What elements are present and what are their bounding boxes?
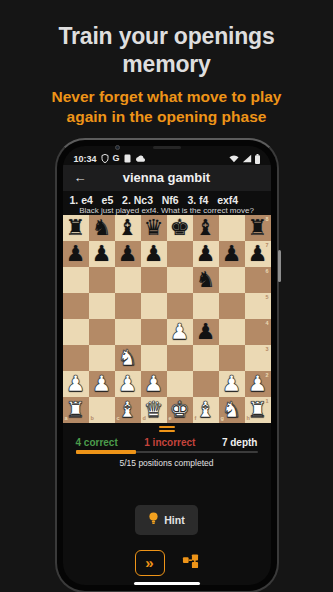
hint-button[interactable]: Hint (135, 505, 197, 535)
rank-label: 1 (265, 399, 268, 405)
clock: 10:34 (74, 154, 97, 164)
front-camera (115, 145, 120, 150)
battery-icon (255, 154, 260, 164)
square-e7[interactable] (167, 241, 193, 267)
hint-label: Hint (164, 514, 184, 526)
square-a8[interactable]: ♜ (63, 215, 89, 241)
square-e4[interactable]: ♟ (167, 319, 193, 345)
square-d8[interactable]: ♛ (141, 215, 167, 241)
chess-board[interactable]: ♜♞♝♛♚♝♜8♟♟♟♟♟♟♟7♞65♟♟4♞3♟♟♟♟♟♟2♜ab♝c♛d♚e… (63, 215, 271, 423)
moves-tree-button[interactable] (182, 553, 199, 574)
square-c2[interactable]: ♟ (115, 371, 141, 397)
earpiece-speaker (153, 146, 181, 149)
rank-label: 6 (265, 269, 268, 275)
square-h8[interactable]: ♜8 (245, 215, 271, 241)
file-label: a (65, 416, 68, 422)
square-a4[interactable] (63, 319, 89, 345)
page-subtitle-line2: again in the opening phase (0, 107, 333, 127)
square-d5[interactable] (141, 293, 167, 319)
white-bishop: ♝ (118, 397, 138, 423)
hero-header: Train your openings memory Never forget … (0, 0, 333, 127)
black-queen: ♛ (144, 215, 164, 241)
file-label: e (169, 416, 172, 422)
white-queen: ♛ (144, 397, 164, 423)
white-bishop: ♝ (196, 397, 216, 423)
white-rook: ♜ (66, 397, 86, 423)
file-label: c (117, 416, 120, 422)
square-d2[interactable]: ♟ (141, 371, 167, 397)
square-a6[interactable] (63, 267, 89, 293)
handle-bar (159, 430, 175, 432)
white-pawn: ♟ (144, 371, 164, 397)
white-pawn: ♟ (248, 371, 268, 397)
white-knight: ♞ (118, 345, 138, 371)
square-h4[interactable]: 4 (245, 319, 271, 345)
white-pawn: ♟ (222, 371, 242, 397)
black-bishop: ♝ (118, 215, 138, 241)
square-f6[interactable]: ♞ (193, 267, 219, 293)
square-h5[interactable]: 5 (245, 293, 271, 319)
square-h1[interactable]: ♜1h (245, 397, 271, 423)
square-g4[interactable] (219, 319, 245, 345)
square-f5[interactable] (193, 293, 219, 319)
square-b3[interactable] (89, 345, 115, 371)
white-pawn: ♟ (118, 371, 138, 397)
black-knight: ♞ (92, 215, 112, 241)
lightbulb-icon (148, 511, 159, 529)
square-a5[interactable] (63, 293, 89, 319)
black-pawn: ♟ (222, 241, 242, 267)
square-h2[interactable]: ♟2 (245, 371, 271, 397)
square-f7[interactable]: ♟ (193, 241, 219, 267)
square-f1[interactable]: ♝f (193, 397, 219, 423)
fast-forward-button[interactable]: » (135, 550, 165, 576)
black-bishop: ♝ (196, 215, 216, 241)
square-d7[interactable]: ♟ (141, 241, 167, 267)
rank-label: 5 (265, 295, 268, 301)
file-label: d (143, 416, 146, 422)
depth-count: 7 depth (222, 437, 258, 448)
positions-completed: 5/15 positions completed (63, 458, 271, 468)
square-f8[interactable]: ♝ (193, 215, 219, 241)
file-label: h (247, 416, 250, 422)
fast-forward-icon: » (145, 555, 153, 570)
file-label: f (195, 416, 197, 422)
google-icon: G (113, 154, 120, 163)
status-left: 10:34 G (74, 154, 146, 164)
square-h7[interactable]: ♟7 (245, 241, 271, 267)
square-c8[interactable]: ♝ (115, 215, 141, 241)
signal-icon (242, 154, 252, 163)
square-e6[interactable] (167, 267, 193, 293)
square-g1[interactable]: ♞g (219, 397, 245, 423)
square-b2[interactable]: ♟ (89, 371, 115, 397)
square-c5[interactable] (115, 293, 141, 319)
square-b8[interactable]: ♞ (89, 215, 115, 241)
square-d4[interactable] (141, 319, 167, 345)
page-subtitle: Never forget what move to play again in … (0, 87, 333, 127)
status-right (229, 154, 260, 164)
square-a3[interactable] (63, 345, 89, 371)
cloud-icon (135, 155, 146, 163)
square-d1[interactable]: ♛d (141, 397, 167, 423)
page-title-line2: memory (0, 50, 333, 78)
page-subtitle-line1: Never forget what move to play (0, 87, 333, 107)
square-f3[interactable] (193, 345, 219, 371)
square-e1[interactable]: ♚e (167, 397, 193, 423)
moves-tree-icon (182, 553, 199, 574)
white-knight: ♞ (222, 397, 242, 423)
handle-bar (159, 426, 175, 428)
square-c6[interactable] (115, 267, 141, 293)
phone-screen: 10:34 G (63, 146, 271, 585)
rank-label: 7 (265, 243, 268, 249)
shield-icon (101, 154, 109, 163)
square-b1[interactable]: b (89, 397, 115, 423)
square-a7[interactable]: ♟ (63, 241, 89, 267)
square-b5[interactable] (89, 293, 115, 319)
black-king: ♚ (170, 215, 190, 241)
rank-label: 3 (265, 347, 268, 353)
black-knight: ♞ (196, 267, 216, 293)
white-pawn: ♟ (66, 371, 86, 397)
square-g3[interactable] (219, 345, 245, 371)
square-g7[interactable]: ♟ (219, 241, 245, 267)
incorrect-count: 1 incorrect (144, 437, 195, 448)
wifi-icon (229, 154, 239, 163)
square-d3[interactable] (141, 345, 167, 371)
square-g2[interactable]: ♟ (219, 371, 245, 397)
square-h6[interactable]: 6 (245, 267, 271, 293)
file-label: g (221, 416, 224, 422)
black-pawn: ♟ (196, 241, 216, 267)
black-pawn: ♟ (118, 241, 138, 267)
black-rook: ♜ (248, 215, 268, 241)
white-pawn: ♟ (92, 371, 112, 397)
rank-label: 2 (265, 373, 268, 379)
square-e8[interactable]: ♚ (167, 215, 193, 241)
black-pawn: ♟ (66, 241, 86, 267)
stats-row: 4 correct 1 incorrect 7 depth (63, 435, 271, 448)
sheet-drag-handle[interactable] (63, 423, 271, 435)
white-king: ♚ (170, 397, 190, 423)
volume-button (278, 250, 281, 282)
square-c3[interactable]: ♞ (115, 345, 141, 371)
square-e5[interactable] (167, 293, 193, 319)
page-title-line1: Train your openings (0, 22, 333, 50)
square-d6[interactable] (141, 267, 167, 293)
file-label: b (91, 416, 94, 422)
square-a1[interactable]: ♜a (63, 397, 89, 423)
square-c4[interactable] (115, 319, 141, 345)
opening-title: vienna gambit (63, 170, 271, 185)
move-list: 1. e4 e5 2. Nc3 Nf6 3. f4 exf4 (63, 191, 271, 206)
square-f2[interactable] (193, 371, 219, 397)
progress-bar (76, 451, 258, 453)
square-g6[interactable] (219, 267, 245, 293)
square-e2[interactable] (167, 371, 193, 397)
square-b7[interactable]: ♟ (89, 241, 115, 267)
square-b4[interactable] (89, 319, 115, 345)
storage-icon (124, 154, 131, 163)
white-rook: ♜ (248, 397, 268, 423)
square-f4[interactable]: ♟ (193, 319, 219, 345)
black-pawn: ♟ (92, 241, 112, 267)
gesture-nav-pill[interactable] (134, 582, 200, 585)
back-arrow-icon[interactable]: ← (74, 171, 87, 184)
black-pawn: ♟ (144, 241, 164, 267)
bottom-toolbar: » (63, 550, 271, 576)
square-g8[interactable] (219, 215, 245, 241)
rank-label: 4 (265, 321, 268, 327)
square-e3[interactable] (167, 345, 193, 371)
correct-count: 4 correct (76, 437, 118, 448)
phone-mockup: 10:34 G (55, 138, 279, 592)
square-c1[interactable]: ♝c (115, 397, 141, 423)
square-b6[interactable] (89, 267, 115, 293)
square-c7[interactable]: ♟ (115, 241, 141, 267)
black-pawn: ♟ (196, 319, 216, 345)
rank-label: 8 (265, 217, 268, 223)
white-pawn: ♟ (170, 319, 190, 345)
app-bar: ← vienna gambit (63, 165, 271, 191)
black-pawn: ♟ (248, 241, 268, 267)
square-g5[interactable] (219, 293, 245, 319)
page-title: Train your openings memory (0, 22, 333, 78)
progress-bar-fill (76, 450, 136, 454)
square-a2[interactable]: ♟ (63, 371, 89, 397)
black-rook: ♜ (66, 215, 86, 241)
question-prompt: Black just played exf4. What is the corr… (63, 206, 271, 215)
square-h3[interactable]: 3 (245, 345, 271, 371)
